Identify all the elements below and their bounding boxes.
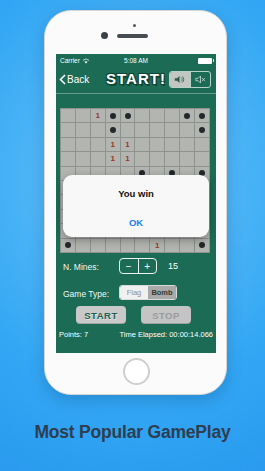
app-screen: Carrier 5:08 AM Back START! — [56, 54, 216, 353]
cell-r1c2[interactable] — [76, 109, 90, 122]
speaker-on-icon — [174, 75, 185, 84]
time-value: 00:00:14.066 — [169, 330, 213, 339]
sound-off-button[interactable] — [190, 72, 211, 87]
mine-dot-icon — [199, 113, 205, 119]
cell-r1c7[interactable] — [150, 109, 164, 122]
start-button[interactable]: START — [76, 306, 126, 324]
dialog-message: You win — [63, 175, 209, 199]
ok-button[interactable]: OK — [63, 217, 209, 228]
points-value: 7 — [84, 330, 88, 339]
mine-dot-icon — [199, 242, 205, 248]
cell-r10c9[interactable] — [180, 239, 194, 252]
game-type-bomb-button[interactable]: Bomb — [148, 286, 176, 299]
count-number: 1 — [155, 241, 159, 250]
cell-r10c4[interactable] — [106, 239, 120, 252]
you-win-dialog: You win OK — [63, 175, 209, 237]
battery-icon — [198, 58, 212, 64]
cell-r3c7[interactable] — [150, 138, 164, 151]
cell-r2c7[interactable] — [150, 123, 164, 136]
cell-r3c1[interactable] — [61, 138, 75, 151]
cell-r3c3[interactable] — [91, 138, 105, 151]
cell-r10c8[interactable] — [165, 239, 179, 252]
cell-r4c1[interactable] — [61, 152, 75, 165]
cell-r1c4[interactable] — [106, 109, 120, 122]
cell-r1c6[interactable] — [135, 109, 149, 122]
count-number: 1 — [96, 111, 100, 120]
iphone-mockup: Carrier 5:08 AM Back START! — [44, 10, 227, 395]
cell-r3c9[interactable] — [180, 138, 194, 151]
mine-dot-icon — [110, 127, 116, 133]
mine-dot-icon — [65, 242, 71, 248]
clock-label: 5:08 AM — [111, 57, 162, 64]
cell-r2c2[interactable] — [76, 123, 90, 136]
promo-background: Carrier 5:08 AM Back START! — [0, 0, 265, 471]
count-number: 1 — [110, 140, 114, 149]
cell-r3c10[interactable] — [195, 138, 209, 151]
cell-r3c6[interactable] — [135, 138, 149, 151]
cell-r4c8[interactable] — [165, 152, 179, 165]
cell-r10c6[interactable] — [135, 239, 149, 252]
game-type-segmented-control: Flag Bomb — [119, 285, 177, 300]
mines-label: N. Mines: — [63, 262, 99, 272]
time-elapsed-readout: Time Elapsed: 00:00:14.066 — [119, 330, 213, 339]
mine-dot-icon — [184, 113, 190, 119]
cell-r2c6[interactable] — [135, 123, 149, 136]
cell-r2c9[interactable] — [180, 123, 194, 136]
earpiece-speaker — [117, 34, 148, 38]
cell-r2c3[interactable] — [91, 123, 105, 136]
cell-r2c5[interactable] — [121, 123, 135, 136]
cell-r4c4[interactable]: 1 — [106, 152, 120, 165]
mines-value: 15 — [168, 261, 178, 271]
cell-r10c10[interactable] — [195, 239, 209, 252]
mine-dot-icon — [199, 127, 205, 133]
proximity-sensor-icon — [133, 24, 136, 27]
cell-r3c2[interactable] — [76, 138, 90, 151]
cell-r1c3[interactable]: 1 — [91, 109, 105, 122]
cell-r2c1[interactable] — [61, 123, 75, 136]
mines-increment-button[interactable]: + — [139, 259, 157, 273]
cell-r4c3[interactable] — [91, 152, 105, 165]
game-type-flag-button[interactable]: Flag — [120, 286, 148, 299]
cell-r4c2[interactable] — [76, 152, 90, 165]
cell-r10c2[interactable] — [76, 239, 90, 252]
mines-stepper: − + — [119, 258, 157, 274]
count-number: 1 — [125, 140, 129, 149]
cell-r2c8[interactable] — [165, 123, 179, 136]
cell-r2c4[interactable] — [106, 123, 120, 136]
count-number: 1 — [125, 154, 129, 163]
cell-r10c1[interactable] — [61, 239, 75, 252]
carrier-label: Carrier — [60, 57, 80, 64]
cell-r1c5[interactable] — [121, 109, 135, 122]
cell-r4c9[interactable] — [180, 152, 194, 165]
points-label: Points: — [59, 330, 82, 339]
mine-dot-icon — [110, 113, 116, 119]
sound-toggle — [169, 71, 211, 88]
mines-decrement-button[interactable]: − — [120, 259, 139, 273]
mine-dot-icon — [125, 113, 131, 119]
speaker-off-icon — [195, 75, 206, 84]
cell-r10c3[interactable] — [91, 239, 105, 252]
sound-on-button[interactable] — [170, 72, 190, 87]
wifi-icon — [82, 58, 90, 64]
points-readout: Points: 7 — [59, 330, 88, 339]
cell-r3c4[interactable]: 1 — [106, 138, 120, 151]
cell-r4c7[interactable] — [150, 152, 164, 165]
cell-r1c10[interactable] — [195, 109, 209, 122]
cell-r3c8[interactable] — [165, 138, 179, 151]
navigation-bar: Back START! — [56, 66, 216, 94]
cell-r10c7[interactable]: 1 — [150, 239, 164, 252]
cell-r1c9[interactable] — [180, 109, 194, 122]
count-number: 1 — [110, 154, 114, 163]
home-button[interactable] — [123, 358, 150, 385]
status-bar: Carrier 5:08 AM — [56, 55, 216, 66]
game-type-label: Game Type: — [63, 289, 109, 299]
cell-r1c1[interactable] — [61, 109, 75, 122]
time-label: Time Elapsed: — [119, 330, 167, 339]
front-camera-icon — [101, 32, 108, 39]
cell-r3c5[interactable]: 1 — [121, 138, 135, 151]
cell-r4c10[interactable] — [195, 152, 209, 165]
cell-r2c10[interactable] — [195, 123, 209, 136]
cell-r4c5[interactable]: 1 — [121, 152, 135, 165]
cell-r4c6[interactable] — [135, 152, 149, 165]
promo-caption: Most Popular GamePlay — [0, 422, 265, 443]
stop-button[interactable]: STOP — [141, 306, 191, 324]
cell-r10c5[interactable] — [121, 239, 135, 252]
cell-r1c8[interactable] — [165, 109, 179, 122]
